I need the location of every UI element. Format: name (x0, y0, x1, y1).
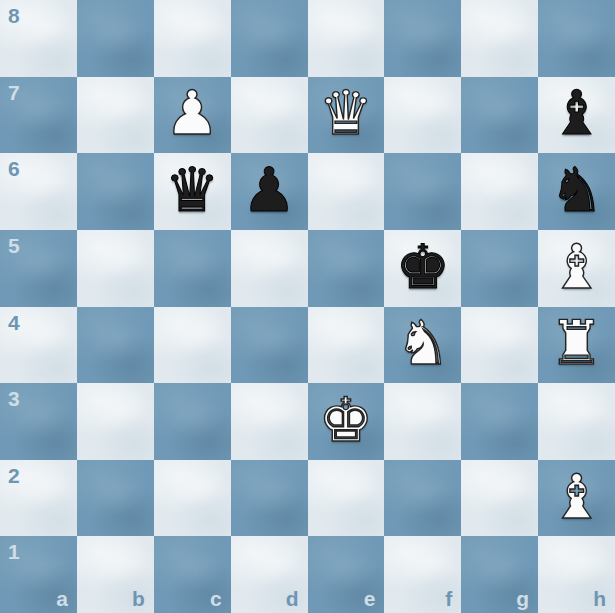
square-f4[interactable]: ♞ (384, 307, 461, 384)
square-e7[interactable]: ♛ (308, 77, 385, 154)
square-c7[interactable]: ♟ (154, 77, 231, 154)
square-h7[interactable]: ♝ (538, 77, 615, 154)
square-g5[interactable] (461, 230, 538, 307)
square-b1[interactable]: b (77, 536, 154, 613)
square-c6[interactable]: ♛ (154, 153, 231, 230)
square-f5[interactable]: ♚ (384, 230, 461, 307)
piece-black-knight-icon[interactable]: ♞ (549, 159, 604, 220)
chess-board: 87♟♛♝6♛♟♞5♚♝4♞♜3♚2♝1abcdefgh (0, 0, 615, 613)
square-c1[interactable]: c (154, 536, 231, 613)
square-e3[interactable]: ♚ (308, 383, 385, 460)
square-d4[interactable] (231, 307, 308, 384)
piece-white-queen-icon[interactable]: ♛ (319, 82, 374, 143)
square-h6[interactable]: ♞ (538, 153, 615, 230)
square-g1[interactable]: g (461, 536, 538, 613)
file-label-f: f (445, 588, 452, 609)
file-label-b: b (132, 588, 145, 609)
file-label-a: a (56, 588, 68, 609)
piece-white-knight-icon[interactable]: ♞ (395, 312, 450, 373)
square-d7[interactable] (231, 77, 308, 154)
rank-label-5: 5 (8, 235, 20, 256)
square-a6[interactable]: 6 (0, 153, 77, 230)
file-label-d: d (286, 588, 299, 609)
square-b2[interactable] (77, 460, 154, 537)
square-h3[interactable] (538, 383, 615, 460)
square-b6[interactable] (77, 153, 154, 230)
square-a5[interactable]: 5 (0, 230, 77, 307)
square-f6[interactable] (384, 153, 461, 230)
square-e6[interactable] (308, 153, 385, 230)
square-g2[interactable] (461, 460, 538, 537)
square-h4[interactable]: ♜ (538, 307, 615, 384)
square-c4[interactable] (154, 307, 231, 384)
square-h2[interactable]: ♝ (538, 460, 615, 537)
square-g3[interactable] (461, 383, 538, 460)
square-f7[interactable] (384, 77, 461, 154)
square-d8[interactable] (231, 0, 308, 77)
square-a1[interactable]: 1a (0, 536, 77, 613)
square-g8[interactable] (461, 0, 538, 77)
file-label-h: h (593, 588, 606, 609)
square-b8[interactable] (77, 0, 154, 77)
square-a4[interactable]: 4 (0, 307, 77, 384)
square-d6[interactable]: ♟ (231, 153, 308, 230)
square-d1[interactable]: d (231, 536, 308, 613)
square-a3[interactable]: 3 (0, 383, 77, 460)
square-c2[interactable] (154, 460, 231, 537)
square-a8[interactable]: 8 (0, 0, 77, 77)
rank-label-6: 6 (8, 158, 20, 179)
square-b7[interactable] (77, 77, 154, 154)
piece-white-pawn-icon[interactable]: ♟ (165, 82, 220, 143)
square-c8[interactable] (154, 0, 231, 77)
square-f8[interactable] (384, 0, 461, 77)
piece-black-queen-icon[interactable]: ♛ (165, 159, 220, 220)
square-f2[interactable] (384, 460, 461, 537)
square-c5[interactable] (154, 230, 231, 307)
square-h1[interactable]: h (538, 536, 615, 613)
square-d3[interactable] (231, 383, 308, 460)
piece-white-bishop-icon[interactable]: ♝ (549, 236, 604, 297)
square-e4[interactable] (308, 307, 385, 384)
square-b4[interactable] (77, 307, 154, 384)
square-g4[interactable] (461, 307, 538, 384)
square-e1[interactable]: e (308, 536, 385, 613)
piece-black-king-icon[interactable]: ♚ (395, 236, 450, 297)
square-f3[interactable] (384, 383, 461, 460)
square-b5[interactable] (77, 230, 154, 307)
file-label-g: g (516, 588, 529, 609)
rank-label-1: 1 (8, 541, 20, 562)
square-a2[interactable]: 2 (0, 460, 77, 537)
square-e5[interactable] (308, 230, 385, 307)
square-e8[interactable] (308, 0, 385, 77)
square-b3[interactable] (77, 383, 154, 460)
square-d5[interactable] (231, 230, 308, 307)
rank-label-2: 2 (8, 465, 20, 486)
piece-white-king-icon[interactable]: ♚ (319, 389, 374, 450)
square-g6[interactable] (461, 153, 538, 230)
square-c3[interactable] (154, 383, 231, 460)
square-h5[interactable]: ♝ (538, 230, 615, 307)
piece-black-bishop-icon[interactable]: ♝ (549, 82, 604, 143)
rank-label-8: 8 (8, 5, 20, 26)
piece-white-rook-icon[interactable]: ♜ (549, 312, 604, 373)
rank-label-4: 4 (8, 312, 20, 333)
rank-label-3: 3 (8, 388, 20, 409)
square-f1[interactable]: f (384, 536, 461, 613)
piece-white-bishop-icon[interactable]: ♝ (549, 466, 604, 527)
square-g7[interactable] (461, 77, 538, 154)
square-a7[interactable]: 7 (0, 77, 77, 154)
square-h8[interactable] (538, 0, 615, 77)
file-label-c: c (210, 588, 222, 609)
square-d2[interactable] (231, 460, 308, 537)
file-label-e: e (364, 588, 376, 609)
piece-black-pawn-icon[interactable]: ♟ (242, 159, 297, 220)
rank-label-7: 7 (8, 82, 20, 103)
square-e2[interactable] (308, 460, 385, 537)
